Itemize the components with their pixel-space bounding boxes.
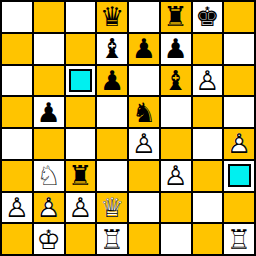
black-bishop-icon: ♝ <box>161 66 191 96</box>
square-h7[interactable] <box>224 34 254 64</box>
square-c6[interactable] <box>66 66 96 96</box>
square-f7[interactable]: ♟ <box>161 34 191 64</box>
square-f6[interactable]: ♝ <box>161 66 191 96</box>
piece-white-pawn[interactable]: ♟♙ <box>161 161 191 191</box>
square-a8[interactable] <box>2 2 32 32</box>
white-pawn-icon: ♙ <box>2 193 32 223</box>
square-b6[interactable] <box>34 66 64 96</box>
square-b3[interactable]: ♞♘ <box>34 161 64 191</box>
square-a2[interactable]: ♟♙ <box>2 193 32 223</box>
black-rook-icon: ♜ <box>66 161 96 191</box>
square-e1[interactable] <box>129 224 159 254</box>
square-b4[interactable] <box>34 129 64 159</box>
square-d1[interactable]: ♜♖ <box>97 224 127 254</box>
white-rook-icon: ♖ <box>224 224 254 254</box>
square-a4[interactable] <box>2 129 32 159</box>
square-e4[interactable]: ♟♙ <box>129 129 159 159</box>
black-rook-icon: ♜ <box>161 2 191 32</box>
piece-black-pawn[interactable]: ♟ <box>129 34 159 64</box>
square-b8[interactable] <box>34 2 64 32</box>
square-f5[interactable] <box>161 97 191 127</box>
square-b7[interactable] <box>34 34 64 64</box>
square-c7[interactable] <box>66 34 96 64</box>
square-g1[interactable] <box>193 224 223 254</box>
square-c8[interactable] <box>66 2 96 32</box>
square-a6[interactable] <box>2 66 32 96</box>
chess-board: ♛♜♚♝♟♟♟♝♟♙♟♞♟♙♟♙♞♘♜♟♙♟♙♟♙♟♙♛♕♚♔♜♖♜♖ <box>0 0 256 256</box>
square-e5[interactable]: ♞ <box>129 97 159 127</box>
square-c4[interactable] <box>66 129 96 159</box>
piece-black-king[interactable]: ♚ <box>193 2 223 32</box>
white-pawn-icon: ♙ <box>129 129 159 159</box>
square-g3[interactable] <box>193 161 223 191</box>
square-d4[interactable] <box>97 129 127 159</box>
white-rook-icon: ♖ <box>97 224 127 254</box>
square-g5[interactable] <box>193 97 223 127</box>
square-c5[interactable] <box>66 97 96 127</box>
piece-white-pawn[interactable]: ♟♙ <box>2 193 32 223</box>
square-a5[interactable] <box>2 97 32 127</box>
square-f3[interactable]: ♟♙ <box>161 161 191 191</box>
white-knight-icon: ♘ <box>34 161 64 191</box>
piece-black-rook[interactable]: ♜ <box>161 2 191 32</box>
black-pawn-icon: ♟ <box>129 34 159 64</box>
black-bishop-icon: ♝ <box>97 34 127 64</box>
black-pawn-icon: ♟ <box>97 66 127 96</box>
square-e8[interactable] <box>129 2 159 32</box>
square-e6[interactable] <box>129 66 159 96</box>
square-b2[interactable]: ♟♙ <box>34 193 64 223</box>
piece-white-king[interactable]: ♚♔ <box>34 224 64 254</box>
piece-white-pawn[interactable]: ♟♙ <box>66 193 96 223</box>
piece-black-knight[interactable]: ♞ <box>129 97 159 127</box>
piece-white-pawn[interactable]: ♟♙ <box>224 129 254 159</box>
piece-white-pawn[interactable]: ♟♙ <box>129 129 159 159</box>
square-e2[interactable] <box>129 193 159 223</box>
piece-white-pawn[interactable]: ♟♙ <box>193 66 223 96</box>
square-a3[interactable] <box>2 161 32 191</box>
piece-black-bishop[interactable]: ♝ <box>161 66 191 96</box>
square-h5[interactable] <box>224 97 254 127</box>
square-h8[interactable] <box>224 2 254 32</box>
black-knight-icon: ♞ <box>129 97 159 127</box>
piece-black-pawn[interactable]: ♟ <box>161 34 191 64</box>
highlight-square <box>228 164 251 187</box>
square-a1[interactable] <box>2 224 32 254</box>
square-d8[interactable]: ♛ <box>97 2 127 32</box>
square-g6[interactable]: ♟♙ <box>193 66 223 96</box>
white-pawn-icon: ♙ <box>34 193 64 223</box>
white-pawn-icon: ♙ <box>161 161 191 191</box>
black-pawn-icon: ♟ <box>34 97 64 127</box>
square-c1[interactable] <box>66 224 96 254</box>
square-d6[interactable]: ♟ <box>97 66 127 96</box>
square-f8[interactable]: ♜ <box>161 2 191 32</box>
square-g8[interactable]: ♚ <box>193 2 223 32</box>
square-g4[interactable] <box>193 129 223 159</box>
square-h1[interactable]: ♜♖ <box>224 224 254 254</box>
piece-white-knight[interactable]: ♞♘ <box>34 161 64 191</box>
white-pawn-icon: ♙ <box>66 193 96 223</box>
square-d3[interactable] <box>97 161 127 191</box>
piece-white-queen[interactable]: ♛♕ <box>97 193 127 223</box>
square-d2[interactable]: ♛♕ <box>97 193 127 223</box>
piece-white-rook[interactable]: ♜♖ <box>224 224 254 254</box>
square-c2[interactable]: ♟♙ <box>66 193 96 223</box>
square-e7[interactable]: ♟ <box>129 34 159 64</box>
black-queen-icon: ♛ <box>97 2 127 32</box>
piece-black-pawn[interactable]: ♟ <box>34 97 64 127</box>
square-b1[interactable]: ♚♔ <box>34 224 64 254</box>
square-f4[interactable] <box>161 129 191 159</box>
white-pawn-icon: ♙ <box>224 129 254 159</box>
square-e3[interactable] <box>129 161 159 191</box>
highlight-square <box>69 69 92 92</box>
square-c3[interactable]: ♜ <box>66 161 96 191</box>
black-pawn-icon: ♟ <box>161 34 191 64</box>
black-king-icon: ♚ <box>193 2 223 32</box>
square-d7[interactable]: ♝ <box>97 34 127 64</box>
square-h6[interactable] <box>224 66 254 96</box>
piece-black-bishop[interactable]: ♝ <box>97 34 127 64</box>
piece-black-rook[interactable]: ♜ <box>66 161 96 191</box>
square-g7[interactable] <box>193 34 223 64</box>
square-g2[interactable] <box>193 193 223 223</box>
square-h3[interactable] <box>224 161 254 191</box>
square-f2[interactable] <box>161 193 191 223</box>
white-queen-icon: ♕ <box>97 193 127 223</box>
piece-white-rook[interactable]: ♜♖ <box>97 224 127 254</box>
piece-black-pawn[interactable]: ♟ <box>97 66 127 96</box>
square-h2[interactable] <box>224 193 254 223</box>
square-b5[interactable]: ♟ <box>34 97 64 127</box>
piece-white-pawn[interactable]: ♟♙ <box>34 193 64 223</box>
square-d5[interactable] <box>97 97 127 127</box>
square-h4[interactable]: ♟♙ <box>224 129 254 159</box>
square-a7[interactable] <box>2 34 32 64</box>
white-pawn-icon: ♙ <box>193 66 223 96</box>
square-f1[interactable] <box>161 224 191 254</box>
piece-black-queen[interactable]: ♛ <box>97 2 127 32</box>
white-king-icon: ♔ <box>34 224 64 254</box>
